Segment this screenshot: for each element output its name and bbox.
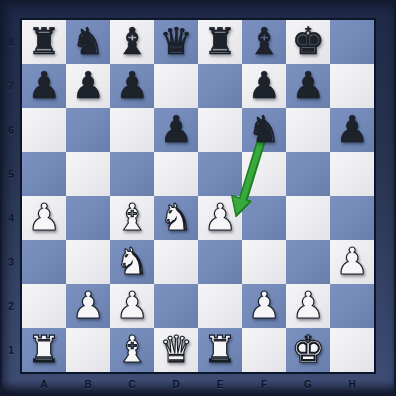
square-d8[interactable] bbox=[154, 20, 198, 64]
rank-label-7: 7 bbox=[0, 64, 22, 108]
square-a7[interactable] bbox=[22, 64, 66, 108]
square-f5[interactable] bbox=[242, 152, 286, 196]
square-f2[interactable] bbox=[242, 284, 286, 328]
square-h3[interactable] bbox=[330, 240, 374, 284]
square-h2[interactable] bbox=[330, 284, 374, 328]
square-b5[interactable] bbox=[66, 152, 110, 196]
squares-layer bbox=[22, 20, 374, 372]
square-b8[interactable] bbox=[66, 20, 110, 64]
square-f1[interactable] bbox=[242, 328, 286, 372]
square-d7[interactable] bbox=[154, 64, 198, 108]
square-c5[interactable] bbox=[110, 152, 154, 196]
square-a5[interactable] bbox=[22, 152, 66, 196]
square-f7[interactable] bbox=[242, 64, 286, 108]
square-h7[interactable] bbox=[330, 64, 374, 108]
square-d3[interactable] bbox=[154, 240, 198, 284]
square-e8[interactable] bbox=[198, 20, 242, 64]
square-h1[interactable] bbox=[330, 328, 374, 372]
square-d5[interactable] bbox=[154, 152, 198, 196]
square-f4[interactable] bbox=[242, 196, 286, 240]
square-e7[interactable] bbox=[198, 64, 242, 108]
square-c3[interactable] bbox=[110, 240, 154, 284]
square-h5[interactable] bbox=[330, 152, 374, 196]
file-label-b: B bbox=[66, 374, 110, 394]
square-e2[interactable] bbox=[198, 284, 242, 328]
square-e3[interactable] bbox=[198, 240, 242, 284]
square-b6[interactable] bbox=[66, 108, 110, 152]
square-g8[interactable] bbox=[286, 20, 330, 64]
square-f6[interactable] bbox=[242, 108, 286, 152]
rank-label-3: 3 bbox=[0, 240, 22, 284]
square-g4[interactable] bbox=[286, 196, 330, 240]
file-label-e: E bbox=[198, 374, 242, 394]
file-label-g: G bbox=[286, 374, 330, 394]
rank-label-4: 4 bbox=[0, 196, 22, 240]
rank-label-2: 2 bbox=[0, 284, 22, 328]
square-g5[interactable] bbox=[286, 152, 330, 196]
file-label-c: C bbox=[110, 374, 154, 394]
square-d2[interactable] bbox=[154, 284, 198, 328]
square-d6[interactable] bbox=[154, 108, 198, 152]
square-f3[interactable] bbox=[242, 240, 286, 284]
square-a6[interactable] bbox=[22, 108, 66, 152]
square-b4[interactable] bbox=[66, 196, 110, 240]
rank-label-8: 8 bbox=[0, 20, 22, 64]
file-label-f: F bbox=[242, 374, 286, 394]
square-e1[interactable] bbox=[198, 328, 242, 372]
square-a8[interactable] bbox=[22, 20, 66, 64]
square-e4[interactable] bbox=[198, 196, 242, 240]
square-h6[interactable] bbox=[330, 108, 374, 152]
square-c4[interactable] bbox=[110, 196, 154, 240]
board-frame: ♜♞♝♛♜♝♚♟♟♟♟♟♟♞♟♟♝♞♟♞♟♟♟♟♟♜♝♛♜♚ 87654321 … bbox=[0, 0, 396, 396]
square-c6[interactable] bbox=[110, 108, 154, 152]
square-g7[interactable] bbox=[286, 64, 330, 108]
rank-label-6: 6 bbox=[0, 108, 22, 152]
square-f8[interactable] bbox=[242, 20, 286, 64]
square-b2[interactable] bbox=[66, 284, 110, 328]
square-b7[interactable] bbox=[66, 64, 110, 108]
square-c1[interactable] bbox=[110, 328, 154, 372]
square-h8[interactable] bbox=[330, 20, 374, 64]
square-c8[interactable] bbox=[110, 20, 154, 64]
square-b1[interactable] bbox=[66, 328, 110, 372]
rank-label-5: 5 bbox=[0, 152, 22, 196]
chess-board: ♜♞♝♛♜♝♚♟♟♟♟♟♟♞♟♟♝♞♟♞♟♟♟♟♟♜♝♛♜♚ bbox=[22, 20, 374, 372]
square-d1[interactable] bbox=[154, 328, 198, 372]
file-label-d: D bbox=[154, 374, 198, 394]
square-a2[interactable] bbox=[22, 284, 66, 328]
square-e5[interactable] bbox=[198, 152, 242, 196]
square-g1[interactable] bbox=[286, 328, 330, 372]
square-h4[interactable] bbox=[330, 196, 374, 240]
square-b3[interactable] bbox=[66, 240, 110, 284]
rank-label-1: 1 bbox=[0, 328, 22, 372]
square-a3[interactable] bbox=[22, 240, 66, 284]
square-g6[interactable] bbox=[286, 108, 330, 152]
square-e6[interactable] bbox=[198, 108, 242, 152]
square-a4[interactable] bbox=[22, 196, 66, 240]
file-label-h: H bbox=[330, 374, 374, 394]
square-c2[interactable] bbox=[110, 284, 154, 328]
file-label-a: A bbox=[22, 374, 66, 394]
square-a1[interactable] bbox=[22, 328, 66, 372]
square-d4[interactable] bbox=[154, 196, 198, 240]
square-g2[interactable] bbox=[286, 284, 330, 328]
square-g3[interactable] bbox=[286, 240, 330, 284]
square-c7[interactable] bbox=[110, 64, 154, 108]
